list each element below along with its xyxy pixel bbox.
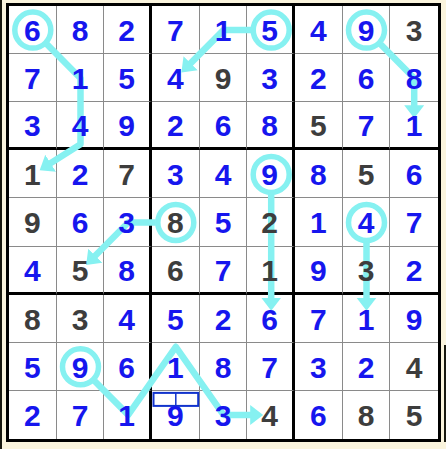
given-digit: 5 xyxy=(72,253,89,286)
cell-r2c1[interactable]: 7 xyxy=(9,54,57,102)
cell-r4c2[interactable]: 2 xyxy=(57,150,105,198)
solved-digit: 2 xyxy=(72,157,89,190)
cell-r3c8[interactable]: 7 xyxy=(343,102,391,150)
solved-digit: 1 xyxy=(167,350,184,383)
cell-r9c7[interactable]: 6 xyxy=(295,391,343,439)
solved-digit: 6 xyxy=(261,302,278,335)
solved-digit: 8 xyxy=(406,61,423,94)
cell-r8c2[interactable]: 9 xyxy=(57,343,105,391)
cell-r2c5[interactable]: 9 xyxy=(200,54,248,102)
cell-r5c4[interactable]: 8 xyxy=(152,198,200,246)
solved-digit: 7 xyxy=(72,398,89,431)
cell-r6c8[interactable]: 3 xyxy=(343,247,391,295)
cell-r5c8[interactable]: 4 xyxy=(343,198,391,246)
cell-r4c8[interactable]: 5 xyxy=(343,150,391,198)
solved-digit: 4 xyxy=(167,61,184,94)
solved-digit: 3 xyxy=(24,108,41,141)
cell-r7c5[interactable]: 2 xyxy=(200,295,248,343)
solved-digit: 1 xyxy=(72,61,89,94)
solved-digit: 5 xyxy=(261,13,278,46)
cell-r1c8[interactable]: 9 xyxy=(343,6,391,54)
cell-r7c2[interactable]: 3 xyxy=(57,295,105,343)
solved-digit: 5 xyxy=(215,205,232,238)
given-digit: 4 xyxy=(261,398,278,431)
cell-r7c6[interactable]: 6 xyxy=(247,295,295,343)
given-digit: 9 xyxy=(24,205,41,238)
cell-r6c9[interactable]: 2 xyxy=(390,247,438,295)
cell-r9c1[interactable]: 2 xyxy=(9,391,57,439)
solved-digit: 7 xyxy=(215,253,232,286)
solved-digit: 7 xyxy=(167,13,184,46)
cell-r4c3[interactable]: 7 xyxy=(104,150,152,198)
cell-r2c4[interactable]: 4 xyxy=(152,54,200,102)
cell-r8c5[interactable]: 8 xyxy=(200,343,248,391)
solved-digit: 6 xyxy=(358,61,375,94)
solved-digit: 9 xyxy=(406,302,423,335)
cell-r9c2[interactable]: 7 xyxy=(57,391,105,439)
cell-r3c7[interactable]: 5 xyxy=(295,102,343,150)
cell-r5c5[interactable]: 5 xyxy=(200,198,248,246)
solved-digit: 7 xyxy=(261,350,278,383)
solved-digit: 6 xyxy=(215,108,232,141)
solved-digit: 8 xyxy=(72,13,89,46)
cell-r7c9[interactable]: 9 xyxy=(390,295,438,343)
solved-digit: 2 xyxy=(24,398,41,431)
solved-digit: 8 xyxy=(215,350,232,383)
given-digit: 3 xyxy=(72,302,89,335)
cell-r6c6[interactable]: 1 xyxy=(247,247,295,295)
solved-digit: 6 xyxy=(406,157,423,190)
cell-r8c1[interactable]: 5 xyxy=(9,343,57,391)
cell-r8c4[interactable]: 1 xyxy=(152,343,200,391)
cell-r9c6[interactable]: 4 xyxy=(247,391,295,439)
solved-digit: 2 xyxy=(118,13,135,46)
solved-digit: 4 xyxy=(118,302,135,335)
cell-r4c1[interactable]: 1 xyxy=(9,150,57,198)
solved-digit: 7 xyxy=(358,108,375,141)
cell-r2c2[interactable]: 1 xyxy=(57,54,105,102)
cell-r5c7[interactable]: 1 xyxy=(295,198,343,246)
solved-digit: 1 xyxy=(358,302,375,335)
cell-r8c3[interactable]: 6 xyxy=(104,343,152,391)
given-digit: 8 xyxy=(24,302,41,335)
cell-r6c4[interactable]: 6 xyxy=(152,247,200,295)
cell-r9c3[interactable]: 1 xyxy=(104,391,152,439)
cell-r7c7[interactable]: 7 xyxy=(295,295,343,343)
solved-digit: 1 xyxy=(310,205,327,238)
cell-r3c9[interactable]: 1 xyxy=(390,102,438,150)
given-digit: 2 xyxy=(261,205,278,238)
cell-r8c9[interactable]: 4 xyxy=(390,343,438,391)
cell-r3c2[interactable]: 4 xyxy=(57,102,105,150)
given-digit: 4 xyxy=(406,350,423,383)
given-digit: 3 xyxy=(358,253,375,286)
solved-digit: 1 xyxy=(406,108,423,141)
cell-r2c3[interactable]: 5 xyxy=(104,54,152,102)
cell-r5c1[interactable]: 9 xyxy=(9,198,57,246)
given-digit: 5 xyxy=(310,108,327,141)
given-digit: 6 xyxy=(167,253,184,286)
cell-r5c9[interactable]: 7 xyxy=(390,198,438,246)
cell-r8c6[interactable]: 7 xyxy=(247,343,295,391)
solved-digit: 3 xyxy=(118,205,135,238)
solved-digit: 4 xyxy=(24,253,41,286)
cell-r5c2[interactable]: 6 xyxy=(57,198,105,246)
solved-digit: 6 xyxy=(24,13,41,46)
cell-r2c6[interactable]: 3 xyxy=(247,54,295,102)
cell-r7c4[interactable]: 5 xyxy=(152,295,200,343)
cell-r4c9[interactable]: 6 xyxy=(390,150,438,198)
cell-r1c3[interactable]: 2 xyxy=(104,6,152,54)
solved-digit: 2 xyxy=(358,350,375,383)
cell-r1c6[interactable]: 5 xyxy=(247,6,295,54)
cell-r1c7[interactable]: 4 xyxy=(295,6,343,54)
cell-r9c4[interactable]: 9 xyxy=(152,391,200,439)
solved-digit: 5 xyxy=(24,350,41,383)
cell-r9c9[interactable]: 5 xyxy=(390,391,438,439)
solved-digit: 5 xyxy=(167,302,184,335)
solved-digit: 3 xyxy=(215,398,232,431)
cell-r4c7[interactable]: 8 xyxy=(295,150,343,198)
given-digit: 8 xyxy=(358,398,375,431)
cell-r5c3[interactable]: 3 xyxy=(104,198,152,246)
cell-r4c5[interactable]: 4 xyxy=(200,150,248,198)
cell-r1c4[interactable]: 7 xyxy=(152,6,200,54)
given-digit: 7 xyxy=(118,157,135,190)
cell-r5c6[interactable]: 2 xyxy=(247,198,295,246)
solved-digit: 4 xyxy=(310,13,327,46)
solved-digit: 3 xyxy=(310,350,327,383)
solved-digit: 9 xyxy=(261,157,278,190)
cell-r4c6[interactable]: 9 xyxy=(247,150,295,198)
solved-digit: 1 xyxy=(215,13,232,46)
solved-digit: 8 xyxy=(310,157,327,190)
solved-digit: 9 xyxy=(167,398,184,431)
solved-digit: 4 xyxy=(215,157,232,190)
solved-digit: 2 xyxy=(167,108,184,141)
cell-r8c8[interactable]: 2 xyxy=(343,343,391,391)
solved-digit: 7 xyxy=(406,205,423,238)
given-digit: 5 xyxy=(406,398,423,431)
solved-digit: 6 xyxy=(72,205,89,238)
cell-r1c9[interactable]: 3 xyxy=(390,6,438,54)
given-digit: 1 xyxy=(24,157,41,190)
cell-r3c4[interactable]: 2 xyxy=(152,102,200,150)
cell-r1c1[interactable]: 6 xyxy=(9,6,57,54)
cell-r3c3[interactable]: 9 xyxy=(104,102,152,150)
solved-digit: 1 xyxy=(118,398,135,431)
cell-r7c3[interactable]: 4 xyxy=(104,295,152,343)
solved-digit: 4 xyxy=(72,108,89,141)
cell-r8c7[interactable]: 3 xyxy=(295,343,343,391)
solved-digit: 9 xyxy=(72,350,89,383)
cell-r1c2[interactable]: 8 xyxy=(57,6,105,54)
cell-r6c2[interactable]: 5 xyxy=(57,247,105,295)
cell-r2c9[interactable]: 8 xyxy=(390,54,438,102)
given-digit: 8 xyxy=(167,205,184,238)
solved-digit: 4 xyxy=(358,205,375,238)
solved-digit: 2 xyxy=(310,61,327,94)
solved-digit: 9 xyxy=(358,13,375,46)
cell-r4c4[interactable]: 3 xyxy=(152,150,200,198)
solved-digit: 8 xyxy=(118,253,135,286)
cell-r3c6[interactable]: 8 xyxy=(247,102,295,150)
solved-digit: 2 xyxy=(406,253,423,286)
sudoku-app: 6827154937154932683492685711273498569638… xyxy=(0,0,446,449)
cell-r9c8[interactable]: 8 xyxy=(343,391,391,439)
cell-r3c1[interactable]: 3 xyxy=(9,102,57,150)
solved-digit: 3 xyxy=(261,61,278,94)
solved-digit: 9 xyxy=(310,253,327,286)
cell-r9c5[interactable]: 3 xyxy=(200,391,248,439)
cell-r6c1[interactable]: 4 xyxy=(9,247,57,295)
solved-digit: 7 xyxy=(310,302,327,335)
cell-r6c7[interactable]: 9 xyxy=(295,247,343,295)
given-digit: 1 xyxy=(261,253,278,286)
cell-r2c8[interactable]: 6 xyxy=(343,54,391,102)
solved-digit: 8 xyxy=(261,108,278,141)
solved-digit: 9 xyxy=(118,108,135,141)
cell-r6c5[interactable]: 7 xyxy=(200,247,248,295)
solved-digit: 6 xyxy=(118,350,135,383)
solved-digit: 3 xyxy=(167,157,184,190)
cell-r3c5[interactable]: 6 xyxy=(200,102,248,150)
given-digit: 3 xyxy=(406,13,423,46)
cell-r7c1[interactable]: 8 xyxy=(9,295,57,343)
window-edge-left xyxy=(0,0,2,449)
given-digit: 9 xyxy=(215,61,232,94)
solved-digit: 7 xyxy=(24,61,41,94)
solved-digit: 2 xyxy=(215,302,232,335)
solved-digit: 6 xyxy=(310,398,327,431)
solved-digit: 5 xyxy=(118,61,135,94)
cell-r1c5[interactable]: 1 xyxy=(200,6,248,54)
cell-r7c8[interactable]: 1 xyxy=(343,295,391,343)
sudoku-board: 6827154937154932683492685711273498569638… xyxy=(6,3,441,442)
given-digit: 5 xyxy=(358,157,375,190)
cell-r6c3[interactable]: 8 xyxy=(104,247,152,295)
cell-r2c7[interactable]: 2 xyxy=(295,54,343,102)
